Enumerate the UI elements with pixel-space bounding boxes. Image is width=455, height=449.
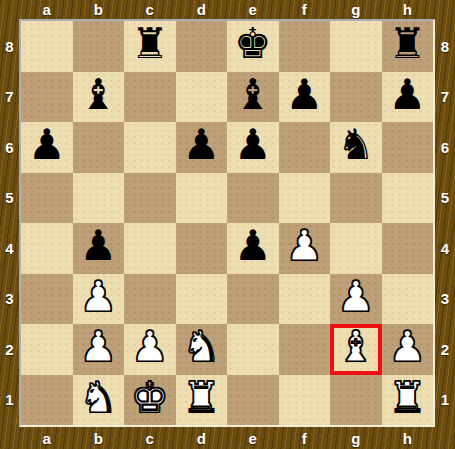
rank-label-right-4: 4 [435,223,455,274]
file-label-bottom-f: f [279,427,331,449]
file-label-bottom-e: e [227,427,279,449]
square-c1[interactable]: ♚ [124,375,176,426]
square-g7[interactable] [330,72,382,123]
black-pawn[interactable]: ♟ [388,74,426,116]
square-e6[interactable]: ♟ [227,122,279,173]
black-pawn[interactable]: ♟ [182,124,220,166]
square-a6[interactable]: ♟ [21,122,73,173]
square-a7[interactable] [21,72,73,123]
square-e1[interactable] [227,375,279,426]
board-frame: ♜♚♜♝♝♟♟♟♟♟♞♟♟♟♟♟♟♟♞♝♟♞♚♜♜ [19,19,435,427]
rank-label-left-5: 5 [0,173,19,224]
square-e2[interactable] [227,324,279,375]
black-pawn[interactable]: ♟ [285,74,323,116]
square-h4[interactable] [382,223,434,274]
white-knight[interactable]: ♞ [182,326,220,368]
square-e4[interactable]: ♟ [227,223,279,274]
square-c4[interactable] [124,223,176,274]
black-bishop[interactable]: ♝ [79,74,117,116]
black-king[interactable]: ♚ [234,23,272,65]
rank-label-left-7: 7 [0,72,19,123]
white-knight[interactable]: ♞ [79,377,117,419]
rank-label-left-3: 3 [0,274,19,325]
white-rook[interactable]: ♜ [182,377,220,419]
square-h7[interactable]: ♟ [382,72,434,123]
square-h8[interactable]: ♜ [382,21,434,72]
square-a2[interactable] [21,324,73,375]
square-b3[interactable]: ♟ [73,274,125,325]
square-b2[interactable]: ♟ [73,324,125,375]
square-f6[interactable] [279,122,331,173]
file-label-top-c: c [124,0,176,19]
square-c7[interactable] [124,72,176,123]
square-e3[interactable] [227,274,279,325]
square-d8[interactable] [176,21,228,72]
square-g2[interactable]: ♝ [330,324,382,375]
square-c8[interactable]: ♜ [124,21,176,72]
square-f7[interactable]: ♟ [279,72,331,123]
square-b7[interactable]: ♝ [73,72,125,123]
square-b8[interactable] [73,21,125,72]
file-label-top-b: b [73,0,125,19]
white-rook[interactable]: ♜ [388,377,426,419]
rank-label-left-8: 8 [0,21,19,72]
square-d7[interactable] [176,72,228,123]
white-king[interactable]: ♚ [131,377,169,419]
rank-label-left-2: 2 [0,324,19,375]
chess-board-window: abcdefgh abcdefgh 87654321 87654321 ♜♚♜♝… [0,0,455,449]
square-a3[interactable] [21,274,73,325]
file-label-top-a: a [21,0,73,19]
rank-label-right-1: 1 [435,375,455,426]
square-g8[interactable] [330,21,382,72]
rank-label-left-6: 6 [0,122,19,173]
file-label-bottom-h: h [382,427,434,449]
square-d4[interactable] [176,223,228,274]
black-pawn[interactable]: ♟ [234,124,272,166]
white-pawn[interactable]: ♟ [79,326,117,368]
black-rook[interactable]: ♜ [388,23,426,65]
square-a4[interactable] [21,223,73,274]
file-label-bottom-c: c [124,427,176,449]
chess-board: ♜♚♜♝♝♟♟♟♟♟♞♟♟♟♟♟♟♟♞♝♟♞♚♜♜ [21,21,433,425]
rank-labels-right: 87654321 [435,21,455,425]
file-label-bottom-b: b [73,427,125,449]
black-knight[interactable]: ♞ [337,124,375,166]
rank-label-right-2: 2 [435,324,455,375]
square-f4[interactable]: ♟ [279,223,331,274]
square-e8[interactable]: ♚ [227,21,279,72]
black-pawn[interactable]: ♟ [234,225,272,267]
rank-label-right-8: 8 [435,21,455,72]
square-b1[interactable]: ♞ [73,375,125,426]
square-g5[interactable] [330,173,382,224]
square-g6[interactable]: ♞ [330,122,382,173]
file-labels-bottom: abcdefgh [21,427,433,449]
square-h6[interactable] [382,122,434,173]
square-d5[interactable] [176,173,228,224]
black-bishop[interactable]: ♝ [234,74,272,116]
square-h5[interactable] [382,173,434,224]
rank-label-right-5: 5 [435,173,455,224]
square-e5[interactable] [227,173,279,224]
square-d2[interactable]: ♞ [176,324,228,375]
white-pawn[interactable]: ♟ [131,326,169,368]
square-d3[interactable] [176,274,228,325]
square-a5[interactable] [21,173,73,224]
square-g4[interactable] [330,223,382,274]
file-label-top-d: d [176,0,228,19]
file-labels-top: abcdefgh [21,0,433,19]
rank-label-right-6: 6 [435,122,455,173]
file-label-top-e: e [227,0,279,19]
square-c2[interactable]: ♟ [124,324,176,375]
square-f1[interactable] [279,375,331,426]
rank-label-left-4: 4 [0,223,19,274]
file-label-bottom-a: a [21,427,73,449]
square-b6[interactable] [73,122,125,173]
white-pawn[interactable]: ♟ [285,225,323,267]
square-b4[interactable]: ♟ [73,223,125,274]
square-g3[interactable]: ♟ [330,274,382,325]
black-rook[interactable]: ♜ [131,23,169,65]
square-f8[interactable] [279,21,331,72]
square-h1[interactable]: ♜ [382,375,434,426]
white-pawn[interactable]: ♟ [79,276,117,318]
square-f2[interactable] [279,324,331,375]
black-pawn[interactable]: ♟ [79,225,117,267]
square-f5[interactable] [279,173,331,224]
file-label-top-h: h [382,0,434,19]
file-label-bottom-d: d [176,427,228,449]
square-e7[interactable]: ♝ [227,72,279,123]
black-pawn[interactable]: ♟ [28,124,66,166]
file-label-bottom-g: g [330,427,382,449]
square-a1[interactable] [21,375,73,426]
square-h3[interactable] [382,274,434,325]
white-pawn[interactable]: ♟ [388,326,426,368]
white-pawn[interactable]: ♟ [337,276,375,318]
white-bishop[interactable]: ♝ [337,326,375,368]
square-c6[interactable] [124,122,176,173]
square-f3[interactable] [279,274,331,325]
square-c5[interactable] [124,173,176,224]
rank-labels-left: 87654321 [0,21,19,425]
square-g1[interactable] [330,375,382,426]
rank-label-left-1: 1 [0,375,19,426]
square-h2[interactable]: ♟ [382,324,434,375]
square-b5[interactable] [73,173,125,224]
square-c3[interactable] [124,274,176,325]
file-label-top-f: f [279,0,331,19]
rank-label-right-3: 3 [435,274,455,325]
square-d1[interactable]: ♜ [176,375,228,426]
rank-label-right-7: 7 [435,72,455,123]
square-d6[interactable]: ♟ [176,122,228,173]
file-label-top-g: g [330,0,382,19]
square-a8[interactable] [21,21,73,72]
